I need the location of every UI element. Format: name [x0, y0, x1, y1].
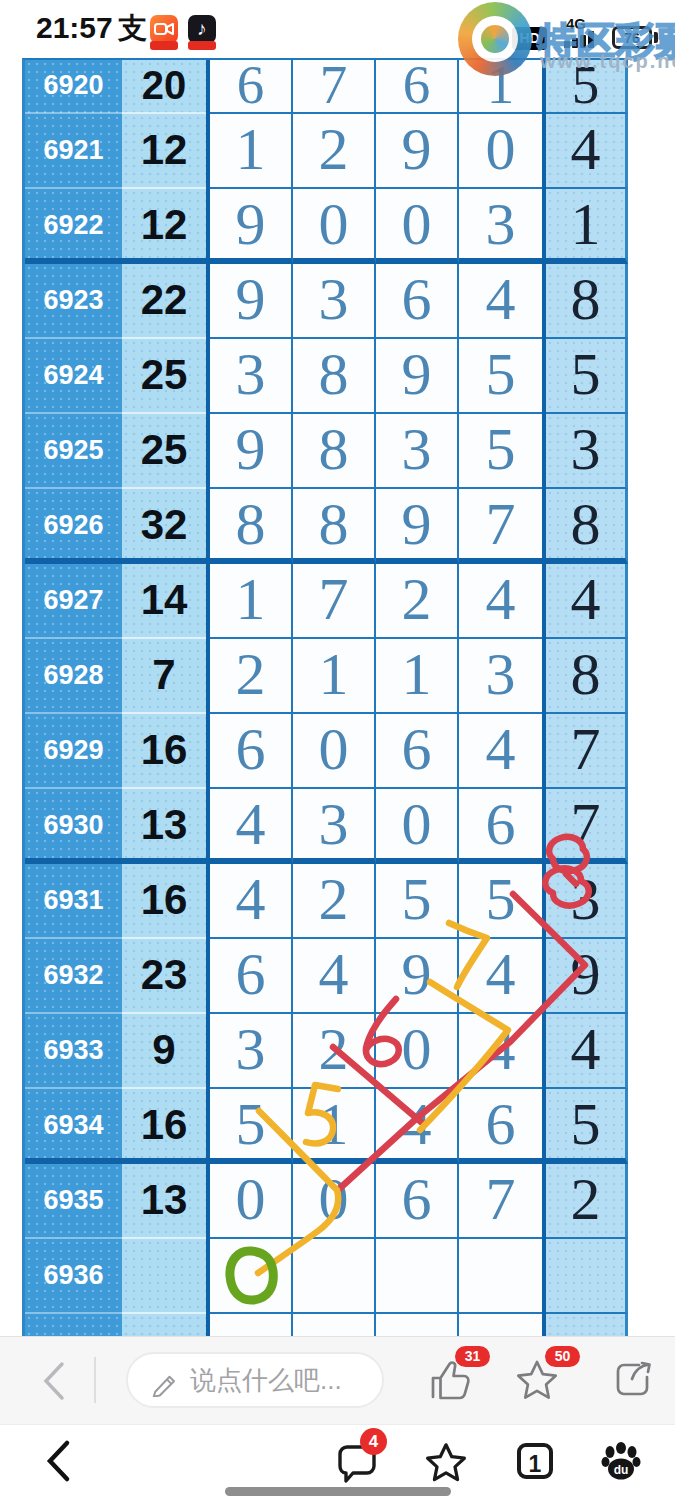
digit-cell: 0	[293, 714, 376, 789]
digit-cell: 3	[459, 639, 542, 714]
digit-cell	[376, 1239, 459, 1314]
digit-cell	[293, 1314, 376, 1338]
period-cell: 6927	[25, 564, 122, 639]
tail-digit-cell: 8	[546, 639, 628, 714]
digit-cell: 7	[459, 1164, 542, 1239]
table-row-6927: 69271417244	[25, 564, 628, 639]
tail-digit-cell	[546, 1239, 628, 1314]
sum-cell	[122, 1314, 206, 1338]
digit-cell: 5	[376, 864, 459, 939]
tail-digit-cell: 4	[546, 114, 628, 189]
tail-digit-cell: 8	[546, 489, 628, 564]
period-cell: 6930	[25, 789, 122, 864]
battery-nub	[654, 32, 658, 43]
digit-cell: 7	[293, 564, 376, 639]
douyin-badge-label	[188, 41, 216, 50]
digit-cell: 3	[376, 414, 459, 489]
digit-cell: 0	[376, 1014, 459, 1089]
digit-cell	[293, 1239, 376, 1314]
table-row-6926: 69263288978	[25, 489, 628, 564]
digit-cell: 3	[210, 1014, 293, 1089]
table-row-6928: 6928721138	[25, 639, 628, 714]
digit-cell: 5	[459, 414, 542, 489]
digit-cell: 6	[210, 939, 293, 1014]
digit-cell: 2	[293, 864, 376, 939]
digit-cell: 0	[293, 189, 376, 264]
period-cell: 6928	[25, 639, 122, 714]
period-cell: 6920	[25, 60, 122, 114]
comment-placeholder: 说点什么吧...	[190, 1354, 342, 1406]
douyin-icon: ♪	[188, 15, 216, 43]
tail-digit-cell: 8	[546, 264, 628, 339]
home-indicator	[225, 1487, 451, 1496]
hd-call-icon: HD	[512, 27, 547, 50]
tail-digit-cell: 3	[546, 414, 628, 489]
period-cell: 6922	[25, 189, 122, 264]
like-count-badge: 31	[455, 1346, 490, 1367]
digit-cell: 4	[459, 714, 542, 789]
tail-digit-cell: 5	[546, 339, 628, 414]
table-row-clipped	[25, 1314, 628, 1338]
digit-cell: 4	[293, 939, 376, 1014]
table-row-6922: 69221290031	[25, 189, 628, 264]
tail-digit-cell: 4	[546, 1014, 628, 1089]
digit-cell	[459, 1239, 542, 1314]
digit-cell	[210, 1239, 293, 1314]
digit-cell: 0	[376, 789, 459, 864]
digit-cell: 0	[459, 114, 542, 189]
sum-cell: 13	[122, 1164, 206, 1239]
digit-cell: 9	[376, 339, 459, 414]
tail-digit-cell: 3	[546, 864, 628, 939]
tail-digit-cell: 5	[546, 60, 628, 114]
digit-cell: 0	[210, 1164, 293, 1239]
table-row-6923: 69232293648	[25, 264, 628, 339]
period-cell: 6931	[25, 864, 122, 939]
sum-cell: 32	[122, 489, 206, 564]
digit-cell: 3	[459, 189, 542, 264]
digit-cell: 2	[376, 564, 459, 639]
digit-cell: 3	[210, 339, 293, 414]
favorite-count-badge: 50	[545, 1346, 580, 1367]
table-row-6921: 69211212904	[25, 114, 628, 189]
tail-digit-cell: 2	[546, 1164, 628, 1239]
digit-cell: 6	[376, 60, 459, 114]
nav-star-icon[interactable]	[423, 1441, 469, 1485]
signal-bars-icon	[564, 31, 602, 48]
digit-cell: 9	[376, 939, 459, 1014]
table-row-6924: 69242538955	[25, 339, 628, 414]
sum-cell: 20	[122, 60, 206, 114]
digit-cell: 6	[376, 714, 459, 789]
sum-cell: 25	[122, 414, 206, 489]
digit-cell: 8	[210, 489, 293, 564]
period-cell: 6932	[25, 939, 122, 1014]
sum-cell: 16	[122, 714, 206, 789]
period-cell: 6936	[25, 1239, 122, 1314]
digit-cell: 9	[210, 189, 293, 264]
digit-cell: 1	[293, 639, 376, 714]
sum-cell: 16	[122, 864, 206, 939]
period-cell: 6924	[25, 339, 122, 414]
digit-cell: 9	[210, 414, 293, 489]
table-row-6920: 69202067615	[25, 60, 628, 114]
table-row-6925: 69252598353	[25, 414, 628, 489]
battery-icon: 76	[612, 26, 652, 49]
tail-digit-cell: 7	[546, 714, 628, 789]
pencil-icon	[150, 1367, 180, 1397]
sum-cell: 16	[122, 1089, 206, 1164]
phone-screen: 21:57 支 ♪ HD 4G 76 特区彩票网 www.tqcp.net 69…	[0, 0, 675, 1500]
digit-cell: 9	[376, 114, 459, 189]
period-cell: 6926	[25, 489, 122, 564]
table-row-6929: 69291660647	[25, 714, 628, 789]
digit-cell: 2	[293, 1014, 376, 1089]
digit-cell: 0	[293, 1164, 376, 1239]
sum-cell: 12	[122, 189, 206, 264]
digit-cell: 5	[210, 1089, 293, 1164]
tab-count-button[interactable]: 1	[517, 1443, 553, 1479]
digit-cell: 4	[459, 264, 542, 339]
digit-cell: 5	[459, 339, 542, 414]
period-cell	[25, 1314, 122, 1338]
digit-cell	[459, 1314, 542, 1338]
sum-cell: 22	[122, 264, 206, 339]
digit-cell: 9	[210, 264, 293, 339]
table-row-6935: 69351300672	[25, 1164, 628, 1239]
digit-cell: 2	[293, 114, 376, 189]
digit-cell: 1	[293, 1089, 376, 1164]
period-cell: 6934	[25, 1089, 122, 1164]
digit-cell: 9	[376, 489, 459, 564]
tail-digit-cell: 7	[546, 789, 628, 864]
digit-cell: 1	[210, 564, 293, 639]
period-cell: 6925	[25, 414, 122, 489]
digit-cell: 8	[293, 489, 376, 564]
digit-cell: 6	[210, 60, 293, 114]
lottery-trend-table: 6920206761569211212904692212900316923229…	[22, 58, 628, 1338]
alipay-icon: 支	[118, 0, 147, 56]
comment-bar-divider	[94, 1357, 96, 1403]
sum-cell: 7	[122, 639, 206, 714]
digit-cell: 4	[459, 939, 542, 1014]
clock-time: 21:57	[36, 0, 113, 56]
share-icon[interactable]	[610, 1356, 656, 1402]
comment-count-badge: 4	[360, 1428, 387, 1455]
sum-cell: 12	[122, 114, 206, 189]
tail-digit-cell	[546, 1314, 628, 1338]
digit-cell: 7	[459, 489, 542, 564]
digit-cell: 8	[293, 339, 376, 414]
sum-cell: 14	[122, 564, 206, 639]
digit-cell: 4	[459, 1014, 542, 1089]
digit-cell: 8	[293, 414, 376, 489]
digit-cell: 4	[376, 1089, 459, 1164]
sum-cell: 13	[122, 789, 206, 864]
back-chevron-light-icon[interactable]	[38, 1358, 70, 1404]
digit-cell: 4	[210, 789, 293, 864]
table-row-6930: 69301343067	[25, 789, 628, 864]
baidu-paw-icon[interactable]: du	[600, 1440, 642, 1482]
status-bar: 21:57 支 ♪ HD 4G 76	[0, 0, 675, 58]
tail-digit-cell: 5	[546, 1089, 628, 1164]
digit-cell: 6	[459, 789, 542, 864]
comment-input[interactable]: 说点什么吧...	[126, 1352, 384, 1408]
digit-cell: 0	[376, 189, 459, 264]
digit-cell: 1	[376, 639, 459, 714]
table-row-6936: 6936	[25, 1239, 628, 1314]
tail-digit-cell: 1	[546, 189, 628, 264]
digit-cell: 1	[210, 114, 293, 189]
tail-digit-cell: 4	[546, 564, 628, 639]
digit-cell	[376, 1314, 459, 1338]
digit-cell: 6	[376, 264, 459, 339]
kuaishou-badge-label	[150, 41, 178, 50]
table-row-6932: 69322364949	[25, 939, 628, 1014]
digit-cell: 6	[210, 714, 293, 789]
digit-cell: 4	[210, 864, 293, 939]
digit-cell: 4	[459, 564, 542, 639]
period-cell: 6935	[25, 1164, 122, 1239]
table-row-6933: 6933932044	[25, 1014, 628, 1089]
digit-cell: 5	[459, 864, 542, 939]
network-type-label: 4G	[566, 15, 586, 32]
period-cell: 6933	[25, 1014, 122, 1089]
sum-cell: 23	[122, 939, 206, 1014]
sum-cell: 9	[122, 1014, 206, 1089]
period-cell: 6921	[25, 114, 122, 189]
table-row-6934: 69341651465	[25, 1089, 628, 1164]
digit-cell	[210, 1314, 293, 1338]
digit-cell: 3	[293, 789, 376, 864]
digit-cell: 7	[293, 60, 376, 114]
kuaishou-icon	[150, 15, 178, 43]
sum-cell	[122, 1239, 206, 1314]
digit-cell: 1	[459, 60, 542, 114]
table-body: 6920206761569211212904692212900316923229…	[25, 60, 628, 1338]
period-cell: 6929	[25, 714, 122, 789]
back-chevron-icon[interactable]	[42, 1438, 74, 1484]
digit-cell: 2	[210, 639, 293, 714]
svg-text:du: du	[614, 1463, 629, 1477]
table-row-6931: 69311642553	[25, 864, 628, 939]
digit-cell: 3	[293, 264, 376, 339]
digit-cell: 6	[376, 1164, 459, 1239]
sum-cell: 25	[122, 339, 206, 414]
tail-digit-cell: 9	[546, 939, 628, 1014]
period-cell: 6923	[25, 264, 122, 339]
digit-cell: 6	[459, 1089, 542, 1164]
